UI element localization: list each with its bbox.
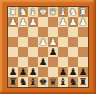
square-f6[interactable] xyxy=(28,57,38,67)
square-d1[interactable]: ♛ xyxy=(48,7,58,17)
square-c7[interactable]: ♟ xyxy=(58,67,68,77)
square-a1[interactable]: ♜ xyxy=(78,7,88,17)
square-f1[interactable]: ♝ xyxy=(28,7,38,17)
white-pawn-icon: ♟ xyxy=(79,17,88,27)
square-e4[interactable]: ♟ xyxy=(38,37,48,47)
square-d6[interactable] xyxy=(48,57,58,67)
square-h4[interactable] xyxy=(8,37,18,47)
square-e8[interactable]: ♚ xyxy=(38,77,48,87)
square-c6[interactable] xyxy=(58,57,68,67)
square-d2[interactable] xyxy=(48,17,58,27)
square-h5[interactable] xyxy=(8,47,18,57)
square-f2[interactable]: ♟ xyxy=(28,17,38,27)
square-e5[interactable] xyxy=(38,47,48,57)
square-h2[interactable]: ♟ xyxy=(8,17,18,27)
square-a2[interactable]: ♟ xyxy=(78,17,88,27)
square-f4[interactable] xyxy=(28,37,38,47)
white-pawn-icon: ♟ xyxy=(69,17,78,27)
white-pawn-icon: ♟ xyxy=(29,17,38,27)
square-d4[interactable]: ♟ xyxy=(48,37,58,47)
black-pawn-icon: ♟ xyxy=(49,47,58,57)
white-king-icon: ♚ xyxy=(39,7,48,17)
square-h3[interactable] xyxy=(8,27,18,37)
white-bishop-icon: ♝ xyxy=(59,7,68,17)
square-a8[interactable]: ♜ xyxy=(78,77,88,87)
square-g3[interactable] xyxy=(18,27,28,37)
black-knight-icon: ♞ xyxy=(19,77,28,87)
white-queen-icon: ♛ xyxy=(49,7,58,17)
black-pawn-icon: ♟ xyxy=(69,67,78,77)
square-c5[interactable] xyxy=(58,47,68,57)
square-a6[interactable] xyxy=(78,57,88,67)
square-c3[interactable] xyxy=(58,27,68,37)
white-pawn-icon: ♟ xyxy=(9,17,18,27)
square-d8[interactable]: ♛ xyxy=(48,77,58,87)
square-f3[interactable] xyxy=(28,27,38,37)
square-b8[interactable]: ♞ xyxy=(68,77,78,87)
square-b2[interactable]: ♟ xyxy=(68,17,78,27)
white-knight-icon: ♞ xyxy=(69,7,78,17)
white-pawn-icon: ♟ xyxy=(49,37,58,47)
square-a4[interactable] xyxy=(78,37,88,47)
square-c2[interactable]: ♟ xyxy=(58,17,68,27)
chess-board: ♜♞♝♚♛♝♞♜♟♟♟♟♟♟♟♟♟♟♟♟♟♟♟♟♜♞♝♚♛♝♞♜ xyxy=(7,6,89,88)
square-d3[interactable] xyxy=(48,27,58,37)
black-bishop-icon: ♝ xyxy=(59,77,68,87)
black-knight-icon: ♞ xyxy=(69,77,78,87)
white-knight-icon: ♞ xyxy=(19,7,28,17)
square-b6[interactable] xyxy=(68,57,78,67)
black-rook-icon: ♜ xyxy=(9,77,18,87)
square-h7[interactable]: ♟ xyxy=(8,67,18,77)
white-rook-icon: ♜ xyxy=(9,7,18,17)
square-e2[interactable] xyxy=(38,17,48,27)
black-king-icon: ♚ xyxy=(39,77,48,87)
black-pawn-icon: ♟ xyxy=(79,67,88,77)
white-pawn-icon: ♟ xyxy=(59,17,68,27)
square-f5[interactable] xyxy=(28,47,38,57)
square-c1[interactable]: ♝ xyxy=(58,7,68,17)
black-pawn-icon: ♟ xyxy=(39,57,48,67)
square-f8[interactable]: ♝ xyxy=(28,77,38,87)
square-g5[interactable] xyxy=(18,47,28,57)
square-g6[interactable] xyxy=(18,57,28,67)
square-h8[interactable]: ♜ xyxy=(8,77,18,87)
square-e6[interactable]: ♟ xyxy=(38,57,48,67)
black-pawn-icon: ♟ xyxy=(29,67,38,77)
square-h6[interactable] xyxy=(8,57,18,67)
square-d5[interactable]: ♟ xyxy=(48,47,58,57)
square-g7[interactable]: ♟ xyxy=(18,67,28,77)
square-a7[interactable]: ♟ xyxy=(78,67,88,77)
square-b5[interactable] xyxy=(68,47,78,57)
square-g4[interactable] xyxy=(18,37,28,47)
board-frame: ♜♞♝♚♛♝♞♜♟♟♟♟♟♟♟♟♟♟♟♟♟♟♟♟♜♞♝♚♛♝♞♜ xyxy=(0,0,96,94)
black-pawn-icon: ♟ xyxy=(9,67,18,77)
square-g2[interactable]: ♟ xyxy=(18,17,28,27)
square-b3[interactable] xyxy=(68,27,78,37)
black-pawn-icon: ♟ xyxy=(19,67,28,77)
square-d7[interactable] xyxy=(48,67,58,77)
square-e3[interactable] xyxy=(38,27,48,37)
white-bishop-icon: ♝ xyxy=(29,7,38,17)
square-g1[interactable]: ♞ xyxy=(18,7,28,17)
square-e1[interactable]: ♚ xyxy=(38,7,48,17)
black-rook-icon: ♜ xyxy=(79,77,88,87)
white-rook-icon: ♜ xyxy=(79,7,88,17)
square-h1[interactable]: ♜ xyxy=(8,7,18,17)
black-pawn-icon: ♟ xyxy=(59,67,68,77)
square-b1[interactable]: ♞ xyxy=(68,7,78,17)
square-f7[interactable]: ♟ xyxy=(28,67,38,77)
square-a5[interactable] xyxy=(78,47,88,57)
black-queen-icon: ♛ xyxy=(49,77,58,87)
square-c4[interactable] xyxy=(58,37,68,47)
square-b7[interactable]: ♟ xyxy=(68,67,78,77)
square-a3[interactable] xyxy=(78,27,88,37)
black-bishop-icon: ♝ xyxy=(29,77,38,87)
square-b4[interactable] xyxy=(68,37,78,47)
square-c8[interactable]: ♝ xyxy=(58,77,68,87)
square-e7[interactable] xyxy=(38,67,48,77)
white-pawn-icon: ♟ xyxy=(39,37,48,47)
white-pawn-icon: ♟ xyxy=(19,17,28,27)
square-g8[interactable]: ♞ xyxy=(18,77,28,87)
